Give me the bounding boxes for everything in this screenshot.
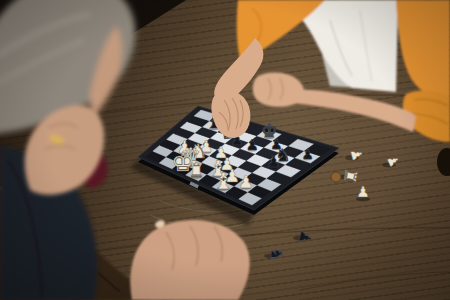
captured-white-pawn: ♟ <box>347 147 366 163</box>
cardigan-left-side <box>396 0 450 104</box>
piece-white-bishop: ♝ <box>213 168 233 194</box>
piece-black-pawn: ♟ <box>301 146 313 162</box>
piece-white-pawn: ♟ <box>238 172 254 192</box>
dark-object-right-edge <box>437 148 450 176</box>
piece-white-rook: ♜ <box>188 159 205 182</box>
piece-black-pawn: ♟ <box>246 137 259 153</box>
piece-black-pawn: ♟ <box>267 153 281 171</box>
man-fist-on-table <box>130 220 249 300</box>
captured-white-pawn: ♟ <box>356 183 369 201</box>
captured-white-rook: ♜ <box>340 167 361 184</box>
captured-black-knight: ♞ <box>266 247 286 263</box>
scene-canvas: ♜♚♝♟♟♟♟♞♛♟♟♟♟♞♟♛♝♟♟♚♜♝ ♟♜♟♟♞♟ <box>0 0 450 300</box>
brass-knob <box>331 172 341 182</box>
woman-left-hand <box>253 73 304 107</box>
photo-chess-scene: ♜♚♝♟♟♟♟♞♛♟♟♟♟♞♟♛♝♟♟♚♜♝ ♟♜♟♟♞♟ <box>0 0 450 300</box>
